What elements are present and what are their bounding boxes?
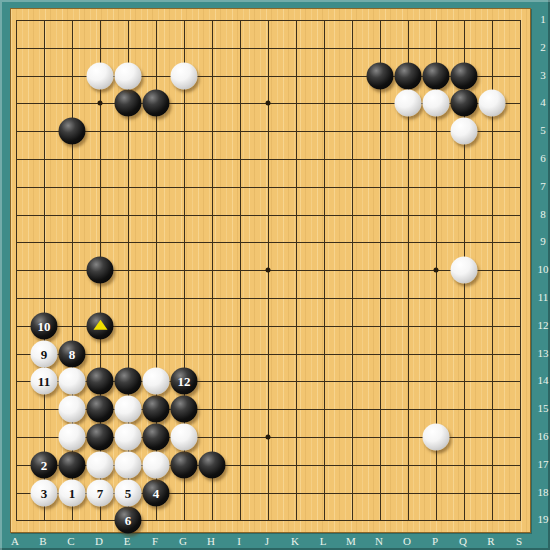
row-label: 10	[538, 263, 549, 275]
move-number: 11	[38, 375, 50, 388]
star-point	[266, 101, 271, 106]
stone-black[interactable]	[115, 90, 142, 117]
stone-white[interactable]: 11	[31, 368, 58, 395]
move-number: 3	[41, 486, 48, 499]
triangle-marker	[93, 320, 107, 330]
column-label: R	[487, 535, 494, 547]
stone-white[interactable]: 1	[59, 479, 86, 506]
column-label: M	[346, 535, 356, 547]
column-label: H	[207, 535, 215, 547]
stone-black[interactable]	[171, 396, 198, 423]
column-label: G	[179, 535, 187, 547]
column-label: E	[124, 535, 131, 547]
stone-white[interactable]	[171, 424, 198, 451]
grid-line-vertical	[520, 20, 521, 521]
stone-white[interactable]	[451, 257, 478, 284]
stone-white[interactable]: 5	[115, 479, 142, 506]
column-label: C	[67, 535, 74, 547]
stone-black[interactable]: 4	[143, 479, 170, 506]
stone-white[interactable]	[115, 396, 142, 423]
row-label: 3	[540, 69, 546, 81]
move-number: 5	[125, 486, 132, 499]
stone-white[interactable]	[115, 451, 142, 478]
grid-line-vertical	[296, 20, 297, 521]
row-label: 8	[540, 208, 546, 220]
go-board[interactable]: 108122469113175	[10, 8, 531, 533]
stone-black[interactable]	[87, 368, 114, 395]
stone-black[interactable]	[395, 62, 422, 89]
stone-white[interactable]	[395, 90, 422, 117]
stone-black[interactable]: 6	[115, 507, 142, 534]
row-label: 4	[540, 96, 546, 108]
stone-black[interactable]	[87, 424, 114, 451]
column-label: L	[320, 535, 327, 547]
stone-black[interactable]	[199, 451, 226, 478]
stone-black[interactable]	[367, 62, 394, 89]
grid-line-horizontal	[16, 354, 521, 355]
stone-white[interactable]	[59, 368, 86, 395]
row-label: 15	[538, 402, 549, 414]
stone-black[interactable]: 10	[31, 312, 58, 339]
stone-black[interactable]: 12	[171, 368, 198, 395]
stone-white[interactable]	[115, 62, 142, 89]
column-label: Q	[459, 535, 467, 547]
column-label: K	[291, 535, 299, 547]
column-label: D	[95, 535, 103, 547]
column-label: J	[265, 535, 269, 547]
stone-white[interactable]: 7	[87, 479, 114, 506]
stone-white[interactable]	[143, 368, 170, 395]
row-label: 6	[540, 152, 546, 164]
stone-black[interactable]	[143, 424, 170, 451]
move-number: 1	[69, 486, 76, 499]
grid-line-vertical	[380, 20, 381, 521]
stone-white[interactable]	[59, 424, 86, 451]
grid-line-horizontal	[16, 298, 521, 299]
row-label: 9	[540, 235, 546, 247]
column-label: B	[39, 535, 46, 547]
grid-line-horizontal	[16, 520, 521, 521]
star-point	[266, 435, 271, 440]
stone-black[interactable]	[87, 312, 114, 339]
stone-white[interactable]	[451, 118, 478, 145]
row-label: 7	[540, 180, 546, 192]
row-label: 2	[540, 41, 546, 53]
column-label: P	[432, 535, 438, 547]
stone-white[interactable]	[115, 424, 142, 451]
grid-line-vertical	[324, 20, 325, 521]
goban-frame: 108122469113175 ABCDEFGHIJKLMNOPQRS12345…	[0, 0, 550, 550]
star-point	[98, 101, 103, 106]
stone-black[interactable]	[423, 62, 450, 89]
row-label: 12	[538, 319, 549, 331]
stone-white[interactable]	[171, 62, 198, 89]
stone-black[interactable]	[143, 396, 170, 423]
stone-black[interactable]	[59, 118, 86, 145]
stone-white[interactable]	[87, 62, 114, 89]
stone-white[interactable]	[423, 424, 450, 451]
stone-white[interactable]	[143, 451, 170, 478]
grid-line-vertical	[352, 20, 353, 521]
row-label: 14	[538, 374, 549, 386]
stone-white[interactable]	[479, 90, 506, 117]
stone-black[interactable]	[59, 451, 86, 478]
row-label: 13	[538, 347, 549, 359]
column-label: O	[403, 535, 411, 547]
row-label: 5	[540, 124, 546, 136]
stone-black[interactable]: 2	[31, 451, 58, 478]
move-number: 9	[41, 347, 48, 360]
stone-black[interactable]	[451, 90, 478, 117]
move-number: 6	[125, 514, 132, 527]
move-number: 10	[38, 319, 51, 332]
column-label: A	[11, 535, 19, 547]
stone-white[interactable]: 3	[31, 479, 58, 506]
stone-black[interactable]	[451, 62, 478, 89]
row-label: 1	[540, 13, 546, 25]
stone-white[interactable]	[87, 451, 114, 478]
stone-black[interactable]	[87, 396, 114, 423]
stone-white[interactable]: 9	[31, 340, 58, 367]
stone-black[interactable]	[87, 257, 114, 284]
stone-black[interactable]	[143, 90, 170, 117]
stone-white[interactable]	[59, 396, 86, 423]
column-label: N	[375, 535, 383, 547]
row-label: 17	[538, 458, 549, 470]
move-number: 8	[69, 347, 76, 360]
move-number: 4	[153, 486, 160, 499]
star-point	[266, 268, 271, 273]
stone-black[interactable]: 8	[59, 340, 86, 367]
column-label: I	[237, 535, 241, 547]
column-label: S	[516, 535, 522, 547]
stone-white[interactable]	[423, 90, 450, 117]
stone-black[interactable]	[115, 368, 142, 395]
stone-black[interactable]	[171, 451, 198, 478]
move-number: 12	[178, 375, 191, 388]
row-label: 16	[538, 430, 549, 442]
row-label: 11	[538, 291, 549, 303]
column-label: F	[152, 535, 158, 547]
row-label: 19	[538, 513, 549, 525]
row-label: 18	[538, 486, 549, 498]
move-number: 7	[97, 486, 104, 499]
star-point	[434, 268, 439, 273]
move-number: 2	[41, 458, 48, 471]
